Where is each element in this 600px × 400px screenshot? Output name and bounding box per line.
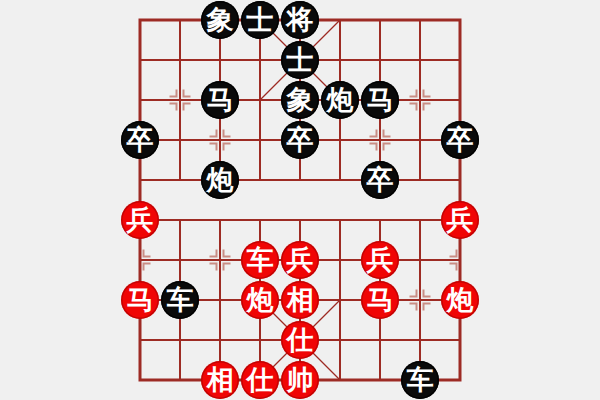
piece-red-horse[interactable]: 马: [121, 281, 159, 319]
app-screen: 象士将士马象炮马卒卒卒炮卒兵兵车兵兵马车炮相马炮仕相仕帅车: [0, 0, 600, 400]
piece-black-advisor[interactable]: 士: [241, 1, 279, 39]
piece-red-soldier[interactable]: 兵: [361, 241, 399, 279]
piece-black-soldier[interactable]: 卒: [281, 121, 319, 159]
piece-red-advisor[interactable]: 仕: [281, 321, 319, 359]
piece-black-chariot[interactable]: 车: [161, 281, 199, 319]
piece-red-cannon[interactable]: 炮: [441, 281, 479, 319]
piece-black-elephant[interactable]: 象: [281, 81, 319, 119]
piece-red-general[interactable]: 帅: [281, 361, 319, 399]
piece-red-elephant[interactable]: 相: [201, 361, 239, 399]
piece-red-cannon[interactable]: 炮: [241, 281, 279, 319]
piece-black-soldier[interactable]: 卒: [121, 121, 159, 159]
piece-black-advisor[interactable]: 士: [281, 41, 319, 79]
piece-black-cannon[interactable]: 炮: [201, 161, 239, 199]
piece-red-horse[interactable]: 马: [361, 281, 399, 319]
piece-red-soldier[interactable]: 兵: [281, 241, 319, 279]
piece-red-elephant[interactable]: 相: [281, 281, 319, 319]
piece-black-soldier[interactable]: 卒: [361, 161, 399, 199]
piece-black-horse[interactable]: 马: [201, 81, 239, 119]
piece-black-elephant[interactable]: 象: [201, 1, 239, 39]
piece-black-chariot[interactable]: 车: [401, 361, 439, 399]
piece-black-cannon[interactable]: 炮: [321, 81, 359, 119]
piece-black-general[interactable]: 将: [281, 1, 319, 39]
xiangqi-board[interactable]: 象士将士马象炮马卒卒卒炮卒兵兵车兵兵马车炮相马炮仕相仕帅车: [140, 20, 460, 380]
piece-black-horse[interactable]: 马: [361, 81, 399, 119]
piece-black-soldier[interactable]: 卒: [441, 121, 479, 159]
piece-red-chariot[interactable]: 车: [241, 241, 279, 279]
piece-red-soldier[interactable]: 兵: [121, 201, 159, 239]
piece-red-soldier[interactable]: 兵: [441, 201, 479, 239]
piece-red-advisor[interactable]: 仕: [241, 361, 279, 399]
